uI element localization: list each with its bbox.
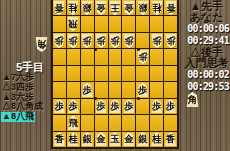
sente-piece-r: 飛 <box>67 116 79 130</box>
board-square[interactable]: 金 <box>122 0 135 15</box>
board-square[interactable]: 香 <box>164 132 177 147</box>
star-point <box>137 48 140 51</box>
board-square[interactable]: 金 <box>95 0 108 15</box>
board-square[interactable] <box>109 66 122 81</box>
board-square[interactable] <box>122 115 135 130</box>
board-square[interactable]: 香 <box>164 0 177 15</box>
left-info-panel: 角 5手目 ▲7六歩△3四歩▲3六歩△8八角成▲8八飛 <box>0 0 51 151</box>
sente-piece-p: 歩 <box>123 99 135 113</box>
board-square[interactable] <box>109 49 122 64</box>
sente-name: あなた <box>183 12 230 23</box>
board-square[interactable]: 金 <box>95 132 108 147</box>
sente-piece-n: 桂 <box>151 132 163 146</box>
shogi-game-screen: 角 5手目 ▲7六歩△3四歩▲3六歩△8八角成▲8八飛 香桂銀金王金銀桂香飛歩歩… <box>0 0 230 151</box>
board-square[interactable]: 桂 <box>67 0 80 15</box>
board-grid: 香桂銀金王金銀桂香飛歩歩歩歩歩歩歩歩歩歩歩歩歩歩歩歩歩歩飛香桂銀金玉金銀桂香 <box>53 0 177 147</box>
board-square[interactable] <box>53 16 66 31</box>
gote-hand-piece: 角 <box>35 37 48 52</box>
board-square[interactable]: 歩 <box>109 33 122 48</box>
board-square[interactable]: 銀 <box>136 132 149 147</box>
sente-piece-p: 歩 <box>109 99 121 113</box>
board-square[interactable] <box>136 16 149 31</box>
board-square[interactable]: 歩 <box>95 33 108 48</box>
board-square[interactable]: 王 <box>109 0 122 15</box>
board-square[interactable]: 歩 <box>136 82 149 97</box>
board-square[interactable] <box>150 66 163 81</box>
board-square[interactable]: 歩 <box>53 33 66 48</box>
gote-piece-s: 銀 <box>137 1 149 15</box>
gote-piece-l: 香 <box>165 1 177 15</box>
board-square[interactable]: 香 <box>53 132 66 147</box>
gote-piece-p: 歩 <box>123 34 135 48</box>
sente-piece-k: 玉 <box>109 132 121 146</box>
board-square[interactable] <box>136 66 149 81</box>
gote-piece-g: 金 <box>95 1 107 15</box>
board-square[interactable]: 飛 <box>67 115 80 130</box>
board-square[interactable]: 桂 <box>150 132 163 147</box>
board-square[interactable] <box>164 82 177 97</box>
board-square[interactable] <box>95 115 108 130</box>
gote-piece-g: 金 <box>123 1 135 15</box>
board-square[interactable] <box>136 33 149 48</box>
board-square[interactable] <box>150 49 163 64</box>
gote-name: 入門思考 <box>183 58 230 69</box>
board-square[interactable] <box>109 115 122 130</box>
player-info-panel: ▲先手 あなた 00:00:06 00:29:41 △後手 入門思考 00:00… <box>183 0 230 151</box>
board-square[interactable]: 銀 <box>81 132 94 147</box>
board-square[interactable] <box>67 82 80 97</box>
gote-piece-n: 桂 <box>151 1 163 15</box>
star-point <box>94 48 97 51</box>
board-square[interactable] <box>122 49 135 64</box>
star-point <box>137 97 140 100</box>
gote-piece-p: 歩 <box>151 34 163 48</box>
sente-piece-n: 桂 <box>67 132 79 146</box>
gote-move-clock: 00:00:02 <box>183 69 230 81</box>
board-square[interactable]: 香 <box>53 0 66 15</box>
board-square[interactable] <box>150 115 163 130</box>
star-point <box>94 97 97 100</box>
board-square[interactable] <box>136 115 149 130</box>
board-square[interactable] <box>164 16 177 31</box>
gote-piece-p: 歩 <box>95 34 107 48</box>
board-square[interactable]: 飛 <box>67 16 80 31</box>
board-square[interactable] <box>109 82 122 97</box>
board-square[interactable]: 歩 <box>95 99 108 114</box>
sente-piece-g: 金 <box>95 132 107 146</box>
board-square[interactable] <box>81 16 94 31</box>
board-square[interactable]: 歩 <box>150 33 163 48</box>
board-square[interactable]: 銀 <box>81 0 94 15</box>
board-square[interactable] <box>122 16 135 31</box>
board-square[interactable]: 歩 <box>81 82 94 97</box>
board-square[interactable]: 歩 <box>164 33 177 48</box>
board-square[interactable] <box>81 66 94 81</box>
gote-piece-p: 歩 <box>53 34 65 48</box>
gote-piece-p: 歩 <box>67 34 79 48</box>
sente-piece-p: 歩 <box>137 83 149 97</box>
board-square[interactable]: 歩 <box>67 33 80 48</box>
gote-piece-p: 歩 <box>81 34 93 48</box>
sente-move-clock: 00:00:06 <box>183 23 230 35</box>
board-square[interactable]: 桂 <box>67 132 80 147</box>
board-square[interactable] <box>164 115 177 130</box>
sente-remaining-clock: 00:29:41 <box>183 35 230 47</box>
sente-piece-p: 歩 <box>165 99 177 113</box>
board-square[interactable] <box>136 99 149 114</box>
board-square[interactable] <box>53 82 66 97</box>
sente-piece-p: 歩 <box>81 83 93 97</box>
board-square[interactable] <box>95 82 108 97</box>
board-square[interactable]: 歩 <box>136 49 149 64</box>
sente-piece-l: 香 <box>165 132 177 146</box>
board-square[interactable] <box>53 115 66 130</box>
board-square[interactable] <box>53 66 66 81</box>
gote-piece-k: 王 <box>109 1 121 15</box>
board-square[interactable] <box>67 49 80 64</box>
sente-piece-p: 歩 <box>151 99 163 113</box>
board-square[interactable] <box>95 66 108 81</box>
sente-piece-p: 歩 <box>67 99 79 113</box>
sente-piece-g: 金 <box>123 132 135 146</box>
board-square[interactable] <box>53 49 66 64</box>
board-square[interactable] <box>95 49 108 64</box>
board-square[interactable]: 歩 <box>122 99 135 114</box>
sente-piece-p: 歩 <box>53 99 65 113</box>
board-square[interactable]: 桂 <box>150 0 163 15</box>
gote-remaining-clock: 00:29:53 <box>183 81 230 93</box>
gote-piece-p: 歩 <box>137 50 149 64</box>
shogi-board: 香桂銀金王金銀桂香飛歩歩歩歩歩歩歩歩歩歩歩歩歩歩歩歩歩歩飛香桂銀金玉金銀桂香 <box>51 0 179 149</box>
gote-piece-p: 歩 <box>165 34 177 48</box>
board-square[interactable] <box>150 82 163 97</box>
sente-piece-s: 銀 <box>81 132 93 146</box>
board-square[interactable]: 銀 <box>136 0 149 15</box>
move-entry: ▲8八飛 <box>1 112 35 122</box>
move-list: ▲7六歩△3四歩▲3六歩△8八角成▲8八飛 <box>1 73 44 122</box>
board-square[interactable] <box>81 115 94 130</box>
board-square[interactable] <box>109 16 122 31</box>
board-square[interactable]: 歩 <box>150 99 163 114</box>
board-square[interactable] <box>81 49 94 64</box>
board-square[interactable] <box>67 66 80 81</box>
board-square[interactable] <box>164 49 177 64</box>
board-square[interactable] <box>122 82 135 97</box>
board-square[interactable] <box>95 16 108 31</box>
board-square[interactable]: 歩 <box>164 99 177 114</box>
sente-piece-p: 歩 <box>95 99 107 113</box>
board-square[interactable] <box>122 66 135 81</box>
gote-piece-n: 桂 <box>67 1 79 15</box>
sente-piece-l: 香 <box>53 132 65 146</box>
board-square[interactable] <box>150 16 163 31</box>
board-square[interactable]: 歩 <box>67 99 80 114</box>
gote-piece-s: 銀 <box>81 1 93 15</box>
board-square[interactable]: 歩 <box>53 99 66 114</box>
board-square[interactable]: 歩 <box>122 33 135 48</box>
board-square[interactable]: 玉 <box>109 132 122 147</box>
board-square[interactable]: 歩 <box>109 99 122 114</box>
gote-piece-l: 香 <box>53 1 65 15</box>
board-square[interactable] <box>164 66 177 81</box>
gote-piece-p: 歩 <box>109 34 121 48</box>
gote-piece-r: 飛 <box>67 17 79 31</box>
board-square[interactable]: 歩 <box>81 33 94 48</box>
board-square[interactable]: 金 <box>122 132 135 147</box>
sente-hand-piece: 角 <box>186 92 199 107</box>
board-square[interactable] <box>81 99 94 114</box>
sente-piece-s: 銀 <box>137 132 149 146</box>
